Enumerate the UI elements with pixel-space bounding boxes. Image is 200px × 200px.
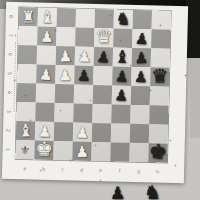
rank-label-7: 7 — [2, 30, 21, 40]
square-g8[interactable] — [133, 10, 152, 29]
file-label-a: a — [15, 162, 34, 174]
square-h5[interactable] — [150, 67, 169, 86]
square-g4[interactable] — [131, 86, 150, 105]
table-surface-right — [190, 58, 200, 138]
square-b5[interactable] — [36, 65, 55, 84]
file-label-h: h — [148, 165, 167, 177]
square-c3[interactable] — [54, 103, 73, 122]
table-surface-corner — [186, 0, 200, 58]
square-g3[interactable] — [130, 105, 149, 124]
rank-label-8: 8 — [2, 11, 21, 21]
square-e5[interactable] — [93, 66, 112, 85]
square-f1[interactable] — [110, 142, 129, 161]
rank-label-3: 3 — [0, 106, 19, 116]
square-e7[interactable] — [94, 28, 113, 47]
square-e4[interactable] — [93, 85, 112, 104]
square-h1[interactable] — [148, 143, 167, 162]
square-d7[interactable] — [75, 28, 94, 47]
square-b4[interactable] — [36, 84, 55, 103]
square-h4[interactable] — [150, 86, 169, 105]
square-c7[interactable] — [56, 27, 75, 46]
square-g6[interactable] — [132, 48, 151, 67]
file-label-f: f — [110, 164, 129, 176]
board-squares — [15, 7, 171, 163]
square-e2[interactable] — [92, 123, 111, 142]
rank-label-4: 4 — [0, 87, 19, 97]
square-g7[interactable] — [132, 29, 151, 48]
square-c4[interactable] — [55, 84, 74, 103]
file-label-c: c — [53, 163, 72, 175]
square-d5[interactable] — [74, 65, 93, 84]
file-label-e: e — [91, 164, 110, 176]
chess-board: ♜♝♞♟♛♟♟♟♟♝♟♟♟♟♟♟♛♟♝♟♟♚♟♚ 12345678 abcdef… — [2, 2, 188, 183]
square-d2[interactable] — [73, 122, 92, 141]
square-f6[interactable] — [113, 47, 132, 66]
square-f3[interactable] — [111, 104, 130, 123]
square-c2[interactable] — [54, 122, 73, 141]
file-label-d: d — [72, 163, 91, 175]
square-d3[interactable] — [73, 103, 92, 122]
square-c1[interactable] — [53, 141, 72, 160]
square-g1[interactable] — [129, 143, 148, 162]
captured-black-pawn[interactable]: ♟ — [110, 185, 125, 200]
square-b7[interactable] — [37, 27, 56, 46]
square-a7[interactable] — [18, 26, 37, 45]
rank-label-6: 6 — [1, 49, 20, 59]
square-a3[interactable] — [16, 102, 35, 121]
file-label-b: b — [34, 163, 53, 175]
square-e1[interactable] — [91, 142, 110, 161]
square-b1[interactable] — [34, 141, 53, 160]
square-h8[interactable] — [152, 10, 171, 29]
square-c6[interactable] — [56, 46, 75, 65]
square-a4[interactable] — [17, 83, 36, 102]
square-a5[interactable] — [17, 64, 36, 83]
square-d6[interactable] — [75, 47, 94, 66]
rank-label-2: 2 — [0, 125, 19, 135]
square-d4[interactable] — [74, 84, 93, 103]
square-c8[interactable] — [57, 8, 76, 27]
square-g2[interactable] — [130, 124, 149, 143]
square-e6[interactable] — [94, 47, 113, 66]
rank-label-1: 1 — [0, 144, 18, 154]
square-c5[interactable] — [55, 65, 74, 84]
square-b3[interactable] — [35, 103, 54, 122]
square-h3[interactable] — [149, 105, 168, 124]
square-h2[interactable] — [149, 124, 168, 143]
square-b2[interactable] — [35, 122, 54, 141]
square-a2[interactable] — [16, 121, 35, 140]
square-a8[interactable] — [19, 7, 38, 26]
square-h7[interactable] — [151, 29, 170, 48]
square-e3[interactable] — [92, 104, 111, 123]
square-e8[interactable] — [95, 9, 114, 28]
square-a6[interactable] — [18, 45, 37, 64]
square-d1[interactable] — [72, 141, 91, 160]
square-a1[interactable] — [15, 140, 34, 159]
square-b8[interactable] — [38, 8, 57, 27]
square-f2[interactable] — [111, 123, 130, 142]
square-f4[interactable] — [112, 85, 131, 104]
square-f7[interactable] — [113, 28, 132, 47]
square-f5[interactable] — [112, 66, 131, 85]
captured-black-knight[interactable]: ♞ — [144, 183, 161, 200]
square-d8[interactable] — [76, 9, 95, 28]
square-f8[interactable] — [114, 9, 133, 28]
file-label-g: g — [129, 165, 148, 177]
square-g5[interactable] — [131, 67, 150, 86]
square-b6[interactable] — [37, 46, 56, 65]
square-h6[interactable] — [151, 48, 170, 67]
rank-label-5: 5 — [1, 68, 20, 78]
